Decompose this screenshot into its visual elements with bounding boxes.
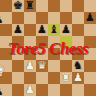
board-square-r2c6[interactable] [72, 24, 84, 36]
board-square-r5c5[interactable] [60, 60, 72, 72]
board-square-r1c1[interactable] [12, 12, 24, 24]
piece-wp: ♟ [25, 60, 35, 72]
board-square-r5c7[interactable] [84, 60, 96, 72]
piece-bk: ♚ [13, 0, 23, 12]
board-square-r7c4[interactable] [48, 84, 60, 96]
board-square-r2c5[interactable]: ♟ [60, 24, 72, 36]
board-square-r5c4[interactable] [48, 60, 60, 72]
board-square-r0c0[interactable] [0, 0, 12, 12]
board-square-r2c2[interactable] [24, 24, 36, 36]
board-square-r1c4[interactable] [48, 12, 60, 24]
board-square-r6c7[interactable] [84, 72, 96, 84]
board-square-r6c4[interactable] [48, 72, 60, 84]
board-square-r7c7[interactable] [84, 84, 96, 96]
board-square-r0c7[interactable] [84, 0, 96, 12]
chess-thumbnail: ♚♜♟♟♟♝♟♟♛♞♜♟♟ Tore5 Chess ♟♚♟ [0, 0, 96, 96]
channel-title-overlay: Tore5 Chess [0, 39, 96, 58]
piece-bp: ♟ [61, 24, 71, 36]
board-square-r2c4[interactable]: ♝ [48, 24, 60, 36]
board-square-r7c6[interactable] [72, 84, 84, 96]
board-square-r6c2[interactable] [24, 72, 36, 84]
board-square-r2c3[interactable]: ♟ [36, 24, 48, 36]
board-square-r5c6[interactable]: ♞ [72, 60, 84, 72]
board-square-r0c2[interactable]: ♜ [24, 0, 36, 12]
board-square-r7c1[interactable] [12, 84, 24, 96]
board-square-r1c3[interactable] [36, 12, 48, 24]
board-square-r7c5[interactable] [60, 84, 72, 96]
board-square-r0c4[interactable] [48, 0, 60, 12]
piece-bb: ♝ [49, 24, 59, 36]
board-square-r6c5[interactable]: ♜ [60, 72, 72, 84]
board-square-r1c5[interactable] [60, 12, 72, 24]
board-square-r6c6[interactable]: ♟ [72, 72, 84, 84]
board-square-r1c6[interactable] [72, 12, 84, 24]
piece-wq: ♛ [37, 60, 47, 72]
board-square-r1c0[interactable] [0, 12, 12, 24]
board-square-r2c0[interactable] [0, 24, 12, 36]
board-square-r6c0[interactable] [0, 72, 12, 84]
board-square-r6c1[interactable] [12, 72, 24, 84]
piece-br: ♜ [25, 0, 35, 12]
board-square-r0c3[interactable] [36, 0, 48, 12]
board-square-r5c1[interactable] [12, 60, 24, 72]
piece-bp: ♟ [85, 12, 95, 24]
board-square-r1c7[interactable]: ♟ [84, 12, 96, 24]
board-square-r0c1[interactable]: ♚ [12, 0, 24, 12]
piece-bp: ♟ [13, 24, 23, 36]
board-square-r7c2[interactable]: ♟ [24, 84, 36, 96]
piece-wp: ♟ [73, 72, 83, 84]
piece-bp: ♟ [37, 24, 47, 36]
board-square-r5c0[interactable] [0, 60, 12, 72]
board-square-r6c3[interactable] [36, 72, 48, 84]
board-square-r0c5[interactable] [60, 0, 72, 12]
board-square-r2c7[interactable] [84, 24, 96, 36]
piece-wp: ♟ [25, 84, 35, 96]
piece-bn: ♞ [73, 60, 83, 72]
board-square-r1c2[interactable] [24, 12, 36, 24]
board-square-r7c3[interactable] [36, 84, 48, 96]
board-square-r5c2[interactable]: ♟ [24, 60, 36, 72]
piece-wr: ♜ [61, 72, 71, 84]
board-square-r5c3[interactable]: ♛ [36, 60, 48, 72]
board-square-r2c1[interactable]: ♟ [12, 24, 24, 36]
board-square-r7c0[interactable] [0, 84, 12, 96]
board-square-r0c6[interactable] [72, 0, 84, 12]
